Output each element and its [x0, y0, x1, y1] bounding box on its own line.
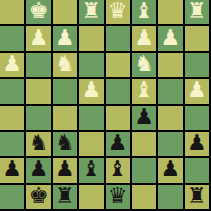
square-g1[interactable]: ♚	[26, 0, 50, 24]
white-pawn-icon: ♟	[2, 53, 22, 75]
square-g5[interactable]	[26, 106, 50, 130]
square-g3[interactable]	[26, 53, 50, 77]
black-queen-icon: ♛	[108, 185, 128, 207]
square-e2[interactable]	[79, 26, 103, 50]
white-bishop-icon: ♝	[134, 79, 154, 101]
square-g8[interactable]: ♚	[26, 185, 50, 209]
square-e1[interactable]: ♜	[79, 0, 103, 24]
square-e4[interactable]: ♟	[79, 79, 103, 103]
white-rook-icon: ♜	[187, 0, 207, 22]
square-b6[interactable]	[158, 132, 182, 156]
square-a8[interactable]: ♜	[185, 185, 209, 209]
black-rook-icon: ♜	[187, 185, 207, 207]
white-knight-icon: ♞	[55, 53, 75, 75]
square-h7[interactable]: ♟	[0, 158, 24, 182]
square-c2[interactable]: ♟	[132, 26, 156, 50]
white-pawn-icon: ♟	[29, 27, 49, 49]
square-g2[interactable]: ♟	[26, 26, 50, 50]
black-pawn-icon: ♟	[134, 106, 154, 128]
square-d4[interactable]	[106, 79, 130, 103]
white-pawn-icon: ♟	[161, 27, 181, 49]
black-bishop-icon: ♝	[108, 158, 128, 180]
black-pawn-icon: ♟	[2, 158, 22, 180]
square-e5[interactable]	[79, 106, 103, 130]
black-king-icon: ♚	[29, 185, 49, 207]
white-pawn-icon: ♟	[55, 27, 75, 49]
black-pawn-icon: ♟	[108, 132, 128, 154]
white-bishop-icon: ♝	[134, 0, 154, 22]
square-a7[interactable]	[185, 158, 209, 182]
square-f8[interactable]: ♜	[53, 185, 77, 209]
square-b7[interactable]: ♟	[158, 158, 182, 182]
square-d6[interactable]: ♟	[106, 132, 130, 156]
square-e8[interactable]	[79, 185, 103, 209]
chess-board: ♚♜♛♝♜♟♟♟♟♟♞♞♟♝♟♟♞♞♟♟♟♟♟♝♝♟♚♜♛♜	[0, 0, 211, 211]
square-g7[interactable]: ♟	[26, 158, 50, 182]
square-f5[interactable]	[53, 106, 77, 130]
square-b8[interactable]	[158, 185, 182, 209]
square-h8[interactable]	[0, 185, 24, 209]
square-d8[interactable]: ♛	[106, 185, 130, 209]
square-b3[interactable]	[158, 53, 182, 77]
square-h3[interactable]: ♟	[0, 53, 24, 77]
square-c8[interactable]	[132, 185, 156, 209]
square-c7[interactable]	[132, 158, 156, 182]
square-d5[interactable]	[106, 106, 130, 130]
square-c4[interactable]: ♝	[132, 79, 156, 103]
square-a3[interactable]	[185, 53, 209, 77]
square-f6[interactable]: ♞	[53, 132, 77, 156]
square-d7[interactable]: ♝	[106, 158, 130, 182]
square-d3[interactable]	[106, 53, 130, 77]
white-pawn-icon: ♟	[187, 79, 207, 101]
white-queen-icon: ♛	[108, 0, 128, 22]
square-b1[interactable]	[158, 0, 182, 24]
square-g6[interactable]: ♞	[26, 132, 50, 156]
square-c3[interactable]: ♞	[132, 53, 156, 77]
square-f7[interactable]: ♟	[53, 158, 77, 182]
white-rook-icon: ♜	[81, 0, 101, 22]
square-b4[interactable]	[158, 79, 182, 103]
square-c6[interactable]	[132, 132, 156, 156]
square-c1[interactable]: ♝	[132, 0, 156, 24]
square-f1[interactable]	[53, 0, 77, 24]
square-h4[interactable]	[0, 79, 24, 103]
white-knight-icon: ♞	[134, 53, 154, 75]
square-h1[interactable]	[0, 0, 24, 24]
square-e6[interactable]	[79, 132, 103, 156]
square-f3[interactable]: ♞	[53, 53, 77, 77]
square-a6[interactable]: ♟	[185, 132, 209, 156]
black-pawn-icon: ♟	[29, 158, 49, 180]
black-pawn-icon: ♟	[55, 158, 75, 180]
black-bishop-icon: ♝	[81, 158, 101, 180]
black-rook-icon: ♜	[55, 185, 75, 207]
square-c5[interactable]: ♟	[132, 106, 156, 130]
square-a4[interactable]: ♟	[185, 79, 209, 103]
white-king-icon: ♚	[29, 0, 49, 22]
square-g4[interactable]	[26, 79, 50, 103]
white-pawn-icon: ♟	[134, 27, 154, 49]
square-d2[interactable]	[106, 26, 130, 50]
square-b2[interactable]: ♟	[158, 26, 182, 50]
black-pawn-icon: ♟	[187, 132, 207, 154]
black-pawn-icon: ♟	[161, 158, 181, 180]
square-e3[interactable]	[79, 53, 103, 77]
square-e7[interactable]: ♝	[79, 158, 103, 182]
square-d1[interactable]: ♛	[106, 0, 130, 24]
square-f4[interactable]	[53, 79, 77, 103]
square-f2[interactable]: ♟	[53, 26, 77, 50]
square-a5[interactable]	[185, 106, 209, 130]
white-pawn-icon: ♟	[81, 79, 101, 101]
square-b5[interactable]	[158, 106, 182, 130]
square-a2[interactable]	[185, 26, 209, 50]
square-h5[interactable]	[0, 106, 24, 130]
square-h6[interactable]	[0, 132, 24, 156]
black-knight-icon: ♞	[55, 132, 75, 154]
black-knight-icon: ♞	[29, 132, 49, 154]
square-h2[interactable]	[0, 26, 24, 50]
square-a1[interactable]: ♜	[185, 0, 209, 24]
